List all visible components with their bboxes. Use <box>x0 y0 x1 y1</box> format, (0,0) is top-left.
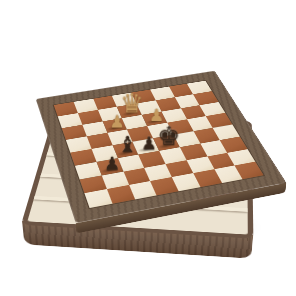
square-b1 <box>107 185 135 204</box>
product-photo-scene: ♛♟♟♝♟♚♟ <box>0 0 296 296</box>
square-c1 <box>129 181 157 199</box>
square-g1 <box>214 166 243 184</box>
square-a1 <box>85 189 113 208</box>
